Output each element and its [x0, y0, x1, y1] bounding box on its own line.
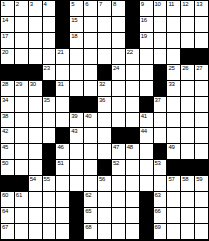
clue-number-5: 5	[71, 1, 74, 8]
block-r2c5	[56, 17, 69, 32]
cell-r12c14[interactable]: 58	[181, 176, 194, 191]
cell-r12c11[interactable]	[140, 176, 153, 191]
cell-r11c11[interactable]	[140, 160, 153, 175]
clue-number-49: 49	[168, 144, 174, 151]
block-r14c11	[140, 208, 153, 223]
block-r11c15	[195, 160, 208, 175]
cell-r1c14[interactable]: 12	[181, 1, 194, 16]
cell-r5c11[interactable]	[140, 65, 153, 80]
crossword-board: 1234567891011121314151617181920212223242…	[0, 0, 209, 241]
clue-number-43: 43	[71, 128, 77, 135]
clue-number-12: 12	[182, 1, 188, 8]
cell-r9c11[interactable]: 44	[140, 128, 153, 143]
cell-r12c12[interactable]	[154, 176, 167, 191]
cell-r13c3[interactable]	[29, 192, 42, 207]
clue-number-11: 11	[168, 1, 174, 8]
cell-r1c12[interactable]: 10	[154, 1, 167, 16]
cell-r14c8[interactable]	[98, 208, 111, 223]
cell-r13c15[interactable]	[195, 192, 208, 207]
cell-r8c3[interactable]	[29, 113, 42, 128]
cell-r14c15[interactable]	[195, 208, 208, 223]
cell-r4c4[interactable]	[43, 49, 56, 64]
cell-r9c2[interactable]	[15, 128, 28, 143]
clue-number-18: 18	[71, 33, 77, 40]
cell-r6c6[interactable]	[70, 81, 83, 96]
block-r4c14	[181, 49, 194, 64]
clue-number-20: 20	[2, 49, 8, 56]
cell-r7c15[interactable]	[195, 97, 208, 112]
cell-r13c13[interactable]	[167, 192, 180, 207]
block-r6c4	[43, 81, 56, 96]
block-r5c3	[29, 65, 42, 80]
cell-r14c13[interactable]	[167, 208, 180, 223]
cell-r4c11[interactable]	[140, 49, 153, 64]
cell-r6c10[interactable]	[126, 81, 139, 96]
cell-r9c4[interactable]	[43, 128, 56, 143]
cell-r3c8[interactable]	[98, 33, 111, 48]
cell-r6c5[interactable]: 31	[56, 81, 69, 96]
block-r9c10	[126, 128, 139, 143]
clue-number-42: 42	[2, 128, 8, 135]
cell-r2c2[interactable]	[15, 17, 28, 32]
clue-number-66: 66	[155, 208, 161, 215]
cell-r4c12[interactable]	[154, 49, 167, 64]
clue-number-10: 10	[155, 1, 161, 8]
cell-r15c5[interactable]	[56, 224, 69, 239]
cell-r2c11[interactable]: 16	[140, 17, 153, 32]
cell-r13c14[interactable]	[181, 192, 194, 207]
clue-number-67: 67	[2, 224, 8, 231]
cell-r2c1[interactable]: 14	[1, 17, 14, 32]
cell-r3c2[interactable]	[15, 33, 28, 48]
cell-r8c5[interactable]	[56, 113, 69, 128]
cell-r14c14[interactable]	[181, 208, 194, 223]
cell-r8c8[interactable]	[98, 113, 111, 128]
block-r5c2	[15, 65, 28, 80]
cell-r12c8[interactable]: 56	[98, 176, 111, 191]
cell-r9c12[interactable]	[154, 128, 167, 143]
cell-r2c4[interactable]	[43, 17, 56, 32]
cell-r1c11[interactable]: 9	[140, 1, 153, 16]
cell-r3c11[interactable]: 19	[140, 33, 153, 48]
cell-r9c7[interactable]	[84, 128, 97, 143]
cell-r6c2[interactable]: 29	[15, 81, 28, 96]
cell-r1c6[interactable]: 5	[70, 1, 83, 16]
block-r12c1	[1, 176, 14, 191]
cell-r10c6[interactable]	[70, 144, 83, 159]
cell-r7c12[interactable]: 37	[154, 97, 167, 112]
clue-number-24: 24	[113, 65, 119, 72]
clue-number-37: 37	[155, 97, 161, 104]
cell-r5c5[interactable]	[56, 65, 69, 80]
cell-r5c15[interactable]: 27	[195, 65, 208, 80]
cell-r1c7[interactable]: 6	[84, 1, 97, 16]
cell-r4c9[interactable]	[112, 49, 125, 64]
clue-number-29: 29	[16, 81, 22, 88]
cell-r4c7[interactable]	[84, 49, 97, 64]
clue-number-69: 69	[155, 224, 161, 231]
clue-number-50: 50	[2, 160, 8, 167]
cell-r3c12[interactable]	[154, 33, 167, 48]
cell-r3c7[interactable]	[84, 33, 97, 48]
clue-number-56: 56	[99, 176, 105, 183]
clue-number-23: 23	[44, 65, 50, 72]
block-r15c6	[70, 224, 83, 239]
cell-r14c10[interactable]	[126, 208, 139, 223]
clue-number-65: 65	[85, 208, 91, 215]
clue-number-1: 1	[2, 1, 5, 8]
cell-r4c6[interactable]	[70, 49, 83, 64]
cell-r15c10[interactable]	[126, 224, 139, 239]
cell-r14c12[interactable]: 66	[154, 208, 167, 223]
cell-r6c3[interactable]: 30	[29, 81, 42, 96]
clue-number-45: 45	[2, 144, 8, 151]
clue-number-14: 14	[2, 17, 8, 24]
clue-number-52: 52	[113, 160, 119, 167]
block-r4c15	[195, 49, 208, 64]
cell-r11c12[interactable]: 53	[154, 160, 167, 175]
clue-number-41: 41	[141, 113, 147, 120]
clue-number-2: 2	[16, 1, 19, 8]
cell-r3c3[interactable]	[29, 33, 42, 48]
cell-r10c3[interactable]	[29, 144, 42, 159]
cell-r4c8[interactable]	[98, 49, 111, 64]
cell-r12c6[interactable]	[70, 176, 83, 191]
cell-r5c7[interactable]	[84, 65, 97, 80]
block-r11c8	[98, 160, 111, 175]
cell-r5c14[interactable]: 26	[181, 65, 194, 80]
block-r11c14	[181, 160, 194, 175]
cell-r8c7[interactable]: 40	[84, 113, 97, 128]
cell-r5c9[interactable]: 24	[112, 65, 125, 80]
cell-r3c4[interactable]	[43, 33, 56, 48]
clue-number-28: 28	[2, 81, 8, 88]
cell-r10c5[interactable]: 46	[56, 144, 69, 159]
cell-r3c15[interactable]	[195, 33, 208, 48]
clue-number-53: 53	[155, 160, 161, 167]
clue-number-51: 51	[57, 160, 63, 167]
cell-r1c4[interactable]: 4	[43, 1, 56, 16]
block-r3c10	[126, 33, 139, 48]
cell-r10c2[interactable]	[15, 144, 28, 159]
cell-r1c13[interactable]: 11	[167, 1, 180, 16]
cell-r15c7[interactable]: 68	[84, 224, 97, 239]
cell-r15c3[interactable]	[29, 224, 42, 239]
cell-r4c1[interactable]: 20	[1, 49, 14, 64]
cell-r15c9[interactable]	[112, 224, 125, 239]
cell-r11c5[interactable]: 51	[56, 160, 69, 175]
cell-r10c14[interactable]	[181, 144, 194, 159]
block-r5c12	[154, 65, 167, 80]
clue-number-58: 58	[182, 176, 188, 183]
clue-number-44: 44	[141, 128, 147, 135]
cell-r9c13[interactable]	[167, 128, 180, 143]
cell-r8c6[interactable]: 39	[70, 113, 83, 128]
cell-r7c4[interactable]: 35	[43, 97, 56, 112]
cell-r1c9[interactable]: 8	[112, 1, 125, 16]
cell-r7c9[interactable]	[112, 97, 125, 112]
clue-number-34: 34	[2, 97, 8, 104]
cell-r8c2[interactable]	[15, 113, 28, 128]
cell-r5c10[interactable]	[126, 65, 139, 80]
clue-number-59: 59	[196, 176, 202, 183]
cell-r13c10[interactable]	[126, 192, 139, 207]
cell-r3c9[interactable]	[112, 33, 125, 48]
cell-r10c1[interactable]: 45	[1, 144, 14, 159]
cell-r12c10[interactable]	[126, 176, 139, 191]
cell-r2c13[interactable]	[167, 17, 180, 32]
cell-r14c5[interactable]	[56, 208, 69, 223]
cell-r7c13[interactable]	[167, 97, 180, 112]
block-r1c10	[126, 1, 139, 16]
cell-r5c13[interactable]: 25	[167, 65, 180, 80]
cell-r2c7[interactable]	[84, 17, 97, 32]
clue-number-3: 3	[30, 1, 33, 8]
cell-r10c9[interactable]: 47	[112, 144, 125, 159]
clue-number-33: 33	[168, 81, 174, 88]
block-r3c5	[56, 33, 69, 48]
cell-r12c4[interactable]: 55	[43, 176, 56, 191]
cell-r2c12[interactable]	[154, 17, 167, 32]
cell-r8c11[interactable]: 41	[140, 113, 153, 128]
cell-r15c2[interactable]	[15, 224, 28, 239]
block-r13c11	[140, 192, 153, 207]
clue-number-61: 61	[16, 192, 22, 199]
cell-r3c14[interactable]	[181, 33, 194, 48]
block-r12c2	[15, 176, 28, 191]
block-r11c13	[167, 160, 180, 175]
cell-r2c3[interactable]	[29, 17, 42, 32]
cell-r6c8[interactable]: 32	[98, 81, 111, 96]
cell-r12c13[interactable]: 57	[167, 176, 180, 191]
clue-number-62: 62	[85, 192, 91, 199]
cell-r15c1[interactable]: 67	[1, 224, 14, 239]
block-r7c11	[140, 97, 153, 112]
clue-number-48: 48	[127, 144, 133, 151]
cell-r11c6[interactable]	[70, 160, 83, 175]
cell-r13c12[interactable]: 63	[154, 192, 167, 207]
clue-number-13: 13	[196, 1, 202, 8]
cell-r1c3[interactable]: 3	[29, 1, 42, 16]
block-r10c4	[43, 144, 56, 159]
cell-r11c2[interactable]	[15, 160, 28, 175]
clue-number-55: 55	[44, 176, 50, 183]
clue-number-17: 17	[2, 33, 8, 40]
clue-number-68: 68	[85, 224, 91, 231]
clue-number-32: 32	[99, 81, 105, 88]
cell-r9c1[interactable]: 42	[1, 128, 14, 143]
cell-r7c1[interactable]: 34	[1, 97, 14, 112]
cell-r8c15[interactable]	[195, 113, 208, 128]
cell-r3c13[interactable]	[167, 33, 180, 48]
cell-r9c8[interactable]	[98, 128, 111, 143]
cell-r14c1[interactable]: 64	[1, 208, 14, 223]
cell-r11c10[interactable]	[126, 160, 139, 175]
cell-r14c4[interactable]	[43, 208, 56, 223]
clue-number-6: 6	[85, 1, 88, 8]
block-r7c6	[70, 97, 83, 112]
cell-r2c8[interactable]	[98, 17, 111, 32]
cell-r13c9[interactable]	[112, 192, 125, 207]
cell-r10c11[interactable]	[140, 144, 153, 159]
cell-r8c12[interactable]	[154, 113, 167, 128]
block-r13c6	[70, 192, 83, 207]
cell-r13c4[interactable]	[43, 192, 56, 207]
clue-number-16: 16	[141, 17, 147, 24]
cell-r7c8[interactable]: 36	[98, 97, 111, 112]
cell-r5c4[interactable]: 23	[43, 65, 56, 80]
cell-r15c13[interactable]	[167, 224, 180, 239]
cell-r7c5[interactable]	[56, 97, 69, 112]
clue-number-7: 7	[99, 1, 102, 8]
cell-r11c7[interactable]	[84, 160, 97, 175]
cell-r1c2[interactable]: 2	[15, 1, 28, 16]
cell-r8c13[interactable]	[167, 113, 180, 128]
clue-number-4: 4	[44, 1, 47, 8]
clue-number-27: 27	[196, 65, 202, 72]
block-r9c5	[56, 128, 69, 143]
cell-r12c3[interactable]: 54	[29, 176, 42, 191]
cell-r11c1[interactable]: 50	[1, 160, 14, 175]
clue-number-40: 40	[85, 113, 91, 120]
clue-number-63: 63	[155, 192, 161, 199]
cell-r15c4[interactable]	[43, 224, 56, 239]
block-r14c6	[70, 208, 83, 223]
clue-number-26: 26	[182, 65, 188, 72]
cell-r4c10[interactable]: 22	[126, 49, 139, 64]
cell-r2c6[interactable]: 15	[70, 17, 83, 32]
cell-r10c7[interactable]	[84, 144, 97, 159]
cell-r7c2[interactable]	[15, 97, 28, 112]
cell-r8c9[interactable]	[112, 113, 125, 128]
clue-number-36: 36	[99, 97, 105, 104]
cell-r4c5[interactable]: 21	[56, 49, 69, 64]
cell-r4c2[interactable]	[15, 49, 28, 64]
cell-r13c7[interactable]: 62	[84, 192, 97, 207]
clue-number-21: 21	[57, 49, 63, 56]
block-r2c10	[126, 17, 139, 32]
cell-r5c6[interactable]	[70, 65, 83, 80]
block-r1c5	[56, 1, 69, 16]
cell-r4c3[interactable]	[29, 49, 42, 64]
cell-r6c1[interactable]: 28	[1, 81, 14, 96]
clue-number-9: 9	[141, 1, 144, 8]
cell-r7c14[interactable]	[181, 97, 194, 112]
cell-r11c3[interactable]	[29, 160, 42, 175]
cell-r11c9[interactable]: 52	[112, 160, 125, 175]
clue-number-60: 60	[2, 192, 8, 199]
cell-r10c15[interactable]	[195, 144, 208, 159]
cell-r15c8[interactable]	[98, 224, 111, 239]
block-r9c9	[112, 128, 125, 143]
block-r10c12	[154, 144, 167, 159]
cell-r13c5[interactable]	[56, 192, 69, 207]
block-r7c7	[84, 97, 97, 112]
cell-r6c13[interactable]: 33	[167, 81, 180, 96]
clue-number-19: 19	[141, 33, 147, 40]
cell-r6c14[interactable]	[181, 81, 194, 96]
cell-r15c12[interactable]: 69	[154, 224, 167, 239]
cell-r13c2[interactable]: 61	[15, 192, 28, 207]
cell-r15c14[interactable]	[181, 224, 194, 239]
clue-number-35: 35	[44, 97, 50, 104]
cell-r14c9[interactable]	[112, 208, 125, 223]
cell-r3c1[interactable]: 17	[1, 33, 14, 48]
clue-number-30: 30	[30, 81, 36, 88]
cell-r2c9[interactable]	[112, 17, 125, 32]
clue-number-8: 8	[113, 1, 116, 8]
cell-r1c8[interactable]: 7	[98, 1, 111, 16]
clue-number-64: 64	[2, 208, 8, 215]
clue-number-57: 57	[168, 176, 174, 183]
clue-number-31: 31	[57, 81, 63, 88]
clue-number-47: 47	[113, 144, 119, 151]
block-r6c12	[154, 81, 167, 96]
cell-r12c5[interactable]	[56, 176, 69, 191]
clue-number-15: 15	[71, 17, 77, 24]
cell-r13c8[interactable]	[98, 192, 111, 207]
cell-r6c9[interactable]	[112, 81, 125, 96]
block-r11c4	[43, 160, 56, 175]
cell-r2c15[interactable]	[195, 17, 208, 32]
cell-r8c4[interactable]	[43, 113, 56, 128]
clue-number-25: 25	[168, 65, 174, 72]
cell-r6c15[interactable]	[195, 81, 208, 96]
cell-r12c9[interactable]	[112, 176, 125, 191]
cell-r8c14[interactable]	[181, 113, 194, 128]
block-r5c8	[98, 65, 111, 80]
cell-r4c13[interactable]	[167, 49, 180, 64]
cell-r12c15[interactable]: 59	[195, 176, 208, 191]
cell-r15c15[interactable]	[195, 224, 208, 239]
block-r15c11	[140, 224, 153, 239]
cell-r8c10[interactable]	[126, 113, 139, 128]
cell-r2c14[interactable]	[181, 17, 194, 32]
cell-r6c11[interactable]	[140, 81, 153, 96]
cell-r10c10[interactable]: 48	[126, 144, 139, 159]
clue-number-39: 39	[71, 113, 77, 120]
clue-number-46: 46	[57, 144, 63, 151]
cell-r8c1[interactable]: 38	[1, 113, 14, 128]
cell-r9c14[interactable]	[181, 128, 194, 143]
cell-r14c3[interactable]	[29, 208, 42, 223]
cell-r6c7[interactable]	[84, 81, 97, 96]
cell-r1c15[interactable]: 13	[195, 1, 208, 16]
cell-r14c2[interactable]	[15, 208, 28, 223]
clue-number-54: 54	[30, 176, 36, 183]
cell-r9c6[interactable]: 43	[70, 128, 83, 143]
cell-r13c1[interactable]: 60	[1, 192, 14, 207]
clue-number-22: 22	[127, 49, 133, 56]
clue-number-38: 38	[2, 113, 8, 120]
cell-r12c7[interactable]	[84, 176, 97, 191]
cell-r3c6[interactable]: 18	[70, 33, 83, 48]
cell-r7c3[interactable]	[29, 97, 42, 112]
block-r5c1	[1, 65, 14, 80]
cell-r1c1[interactable]: 1	[1, 1, 14, 16]
cell-r14c7[interactable]: 65	[84, 208, 97, 223]
cell-r10c13[interactable]: 49	[167, 144, 180, 159]
cell-r7c10[interactable]	[126, 97, 139, 112]
cell-r9c15[interactable]	[195, 128, 208, 143]
cell-r9c3[interactable]	[29, 128, 42, 143]
cell-r10c8[interactable]	[98, 144, 111, 159]
